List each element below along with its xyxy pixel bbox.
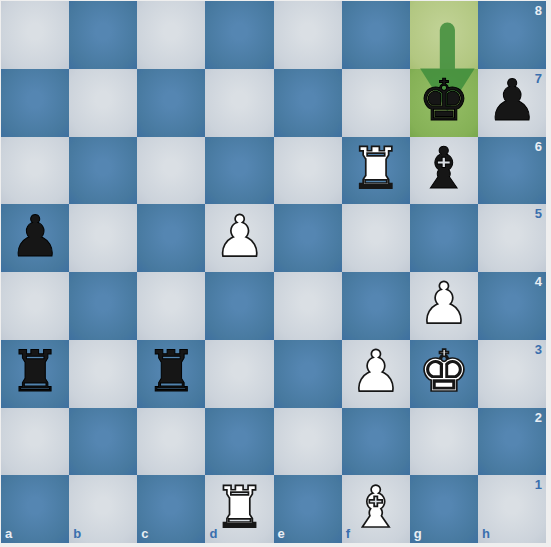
square-b6[interactable] xyxy=(69,137,137,205)
square-c2[interactable] xyxy=(137,408,205,476)
square-c8[interactable] xyxy=(137,1,205,69)
black-rook[interactable]: ♜ xyxy=(1,338,69,406)
square-e3[interactable] xyxy=(274,340,342,408)
white-rook[interactable]: ♜ xyxy=(342,135,410,203)
square-f6[interactable]: ♜ xyxy=(342,137,410,205)
file-label-c: c xyxy=(141,527,148,540)
square-h3[interactable]: 3 xyxy=(478,340,546,408)
square-c4[interactable] xyxy=(137,272,205,340)
file-label-e: e xyxy=(278,527,285,540)
square-b5[interactable] xyxy=(69,204,137,272)
square-g8[interactable] xyxy=(410,1,478,69)
square-f7[interactable] xyxy=(342,69,410,137)
square-b4[interactable] xyxy=(69,272,137,340)
square-g2[interactable] xyxy=(410,408,478,476)
square-d2[interactable] xyxy=(205,408,273,476)
square-b3[interactable] xyxy=(69,340,137,408)
rank-label-6: 6 xyxy=(535,140,542,153)
white-pawn[interactable]: ♟ xyxy=(205,202,273,270)
square-e4[interactable] xyxy=(274,272,342,340)
black-king[interactable]: ♚ xyxy=(410,67,478,135)
rank-label-3: 3 xyxy=(535,343,542,356)
square-b8[interactable] xyxy=(69,1,137,69)
file-label-b: b xyxy=(73,527,81,540)
square-c3[interactable]: ♜ xyxy=(137,340,205,408)
square-f2[interactable] xyxy=(342,408,410,476)
black-pawn[interactable]: ♟ xyxy=(1,202,69,270)
square-d8[interactable] xyxy=(205,1,273,69)
white-pawn[interactable]: ♟ xyxy=(410,270,478,338)
square-e5[interactable] xyxy=(274,204,342,272)
square-h8[interactable]: 8 xyxy=(478,1,546,69)
square-d7[interactable] xyxy=(205,69,273,137)
rank-label-1: 1 xyxy=(535,478,542,491)
square-d5[interactable]: ♟ xyxy=(205,204,273,272)
square-e6[interactable] xyxy=(274,137,342,205)
square-f4[interactable] xyxy=(342,272,410,340)
square-a4[interactable] xyxy=(1,272,69,340)
square-c5[interactable] xyxy=(137,204,205,272)
square-e7[interactable] xyxy=(274,69,342,137)
square-h2[interactable]: 2 xyxy=(478,408,546,476)
square-h5[interactable]: 5 xyxy=(478,204,546,272)
black-bishop[interactable]: ♝ xyxy=(410,135,478,203)
square-e2[interactable] xyxy=(274,408,342,476)
rank-label-5: 5 xyxy=(535,207,542,220)
square-c6[interactable] xyxy=(137,137,205,205)
square-a8[interactable] xyxy=(1,1,69,69)
white-bishop[interactable]: ♝ xyxy=(342,473,410,541)
square-h7[interactable]: 7♟ xyxy=(478,69,546,137)
white-king[interactable]: ♚ xyxy=(410,338,478,406)
square-b1[interactable]: b xyxy=(69,475,137,543)
square-a1[interactable]: a xyxy=(1,475,69,543)
square-e8[interactable] xyxy=(274,1,342,69)
square-b7[interactable] xyxy=(69,69,137,137)
square-e1[interactable]: e xyxy=(274,475,342,543)
white-rook[interactable]: ♜ xyxy=(205,473,273,541)
square-b2[interactable] xyxy=(69,408,137,476)
square-d1[interactable]: d♜ xyxy=(205,475,273,543)
square-f8[interactable] xyxy=(342,1,410,69)
square-c1[interactable]: c xyxy=(137,475,205,543)
square-h6[interactable]: 6 xyxy=(478,137,546,205)
white-pawn[interactable]: ♟ xyxy=(342,338,410,406)
square-h1[interactable]: 1h xyxy=(478,475,546,543)
square-a5[interactable]: ♟ xyxy=(1,204,69,272)
black-rook[interactable]: ♜ xyxy=(137,338,205,406)
square-g6[interactable]: ♝ xyxy=(410,137,478,205)
square-g7[interactable]: ♚ xyxy=(410,69,478,137)
black-pawn[interactable]: ♟ xyxy=(478,67,546,135)
rank-label-8: 8 xyxy=(535,4,542,17)
chess-app-window: 8♚7♟♜♝6♟♟5♟4♜♜♟♚32abcd♜ef♝g1h xyxy=(0,0,551,547)
chess-board[interactable]: 8♚7♟♜♝6♟♟5♟4♜♜♟♚32abcd♜ef♝g1h xyxy=(1,1,546,543)
square-d3[interactable] xyxy=(205,340,273,408)
rank-label-2: 2 xyxy=(535,411,542,424)
square-a7[interactable] xyxy=(1,69,69,137)
square-g1[interactable]: g xyxy=(410,475,478,543)
square-d6[interactable] xyxy=(205,137,273,205)
square-g5[interactable] xyxy=(410,204,478,272)
rank-label-4: 4 xyxy=(535,275,542,288)
file-label-h: h xyxy=(482,527,490,540)
square-c7[interactable] xyxy=(137,69,205,137)
file-label-a: a xyxy=(5,527,12,540)
square-f5[interactable] xyxy=(342,204,410,272)
square-g4[interactable]: ♟ xyxy=(410,272,478,340)
file-label-g: g xyxy=(414,527,422,540)
square-f1[interactable]: f♝ xyxy=(342,475,410,543)
square-a3[interactable]: ♜ xyxy=(1,340,69,408)
square-g3[interactable]: ♚ xyxy=(410,340,478,408)
square-f3[interactable]: ♟ xyxy=(342,340,410,408)
square-d4[interactable] xyxy=(205,272,273,340)
square-a2[interactable] xyxy=(1,408,69,476)
square-a6[interactable] xyxy=(1,137,69,205)
square-h4[interactable]: 4 xyxy=(478,272,546,340)
